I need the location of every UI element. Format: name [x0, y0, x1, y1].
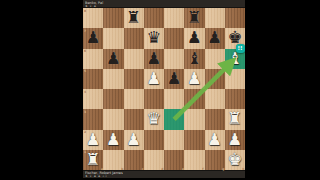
white-king-h1[interactable]: ♚ — [227, 150, 242, 170]
square-a4[interactable]: 4 — [83, 89, 103, 109]
square-c5[interactable] — [124, 69, 144, 89]
square-a7[interactable]: 7♟ — [83, 28, 103, 48]
coord-rank-5: 5 — [84, 69, 86, 72]
square-d8[interactable] — [144, 8, 164, 28]
square-e4[interactable] — [164, 89, 184, 109]
square-d3[interactable]: ♛ — [144, 109, 164, 129]
square-h4[interactable] — [225, 89, 245, 109]
square-e8[interactable] — [164, 8, 184, 28]
square-g5[interactable] — [205, 69, 225, 89]
top-player-name: Benko, Pal — [85, 2, 165, 4]
black-bishop-f6[interactable]: ♝ — [187, 49, 202, 69]
square-e6[interactable] — [164, 49, 184, 69]
chess-board[interactable]: 8♜♜7♟♛♟♟♚6♟♟♝♝5♟♟♟43♛♜2♟♟♟♟♟1a♜bcdefgh♚ … — [83, 8, 245, 170]
square-e3[interactable] — [164, 109, 184, 129]
square-c6[interactable] — [124, 49, 144, 69]
white-rook-a1[interactable]: ♜ — [86, 150, 101, 170]
material-advantage: +1 — [102, 175, 107, 178]
coord-file-a: a — [101, 167, 103, 170]
square-a8[interactable]: 8 — [83, 8, 103, 28]
square-a5[interactable]: 5 — [83, 69, 103, 89]
highlight-e3 — [164, 109, 184, 129]
square-a6[interactable]: 6 — [83, 49, 103, 69]
square-g3[interactable] — [205, 109, 225, 129]
brilliant-move-badge: !! — [236, 44, 245, 53]
square-b1[interactable]: b — [103, 150, 123, 170]
square-h5[interactable] — [225, 69, 245, 89]
square-c1[interactable]: c — [124, 150, 144, 170]
square-d1[interactable]: d — [144, 150, 164, 170]
coord-file-f: f — [203, 167, 204, 170]
square-g7[interactable]: ♟ — [205, 28, 225, 48]
coord-rank-8: 8 — [84, 9, 86, 12]
square-c2[interactable]: ♟ — [124, 130, 144, 150]
white-queen-d3[interactable]: ♛ — [146, 109, 161, 129]
coord-rank-3: 3 — [84, 110, 86, 113]
square-g8[interactable] — [205, 8, 225, 28]
coord-file-g: g — [222, 167, 224, 170]
black-queen-d7[interactable]: ♛ — [146, 28, 161, 48]
player-bar-bottom: Fischer, Robert James ♞ ♝ ♟ ♟ +1 — [83, 170, 245, 178]
square-f5[interactable]: ♟ — [184, 69, 204, 89]
coord-rank-4: 4 — [84, 90, 86, 93]
square-h8[interactable] — [225, 8, 245, 28]
square-e7[interactable] — [164, 28, 184, 48]
white-pawn-a2[interactable]: ♟ — [86, 130, 101, 150]
bottom-player-name: Fischer, Robert James — [85, 172, 165, 174]
black-rook-f8[interactable]: ♜ — [187, 8, 202, 28]
square-b4[interactable] — [103, 89, 123, 109]
square-c8[interactable]: ♜ — [124, 8, 144, 28]
square-b6[interactable]: ♟ — [103, 49, 123, 69]
square-d7[interactable]: ♛ — [144, 28, 164, 48]
square-b2[interactable]: ♟ — [103, 130, 123, 150]
square-f4[interactable] — [184, 89, 204, 109]
white-pawn-b2[interactable]: ♟ — [106, 130, 121, 150]
square-b8[interactable] — [103, 8, 123, 28]
square-f3[interactable] — [184, 109, 204, 129]
top-player-captured-pieces: ♞ ♝ ♟ — [85, 5, 157, 6]
black-pawn-g7[interactable]: ♟ — [207, 28, 222, 48]
screenshot-stage: Benko, Pal ♞ ♝ ♟ 8♜♜7♟♛♟♟♚6♟♟♝♝5♟♟♟43♛♜2… — [0, 0, 320, 180]
square-f6[interactable]: ♝ — [184, 49, 204, 69]
square-d5[interactable]: ♟ — [144, 69, 164, 89]
square-f2[interactable] — [184, 130, 204, 150]
square-b5[interactable] — [103, 69, 123, 89]
black-pawn-a7[interactable]: ♟ — [86, 28, 101, 48]
player-bar-top: Benko, Pal ♞ ♝ ♟ — [83, 0, 245, 8]
square-f8[interactable]: ♜ — [184, 8, 204, 28]
coord-file-e: e — [182, 167, 184, 170]
black-rook-c8[interactable]: ♜ — [126, 8, 141, 28]
chess-board-panel: Benko, Pal ♞ ♝ ♟ 8♜♜7♟♛♟♟♚6♟♟♝♝5♟♟♟43♛♜2… — [83, 0, 245, 178]
square-g4[interactable] — [205, 89, 225, 109]
square-b7[interactable] — [103, 28, 123, 48]
square-e1[interactable]: e — [164, 150, 184, 170]
coord-file-c: c — [141, 167, 143, 170]
square-h2[interactable]: ♟ — [225, 130, 245, 150]
square-h3[interactable]: ♜ — [225, 109, 245, 129]
square-c3[interactable] — [124, 109, 144, 129]
board-grid[interactable]: 8♜♜7♟♛♟♟♚6♟♟♝♝5♟♟♟43♛♜2♟♟♟♟♟1a♜bcdefgh♚ — [83, 8, 245, 170]
white-pawn-h2[interactable]: ♟ — [227, 130, 242, 150]
black-pawn-d6[interactable]: ♟ — [146, 49, 161, 69]
square-a2[interactable]: 2♟ — [83, 130, 103, 150]
white-pawn-c2[interactable]: ♟ — [126, 130, 141, 150]
square-e2[interactable] — [164, 130, 184, 150]
white-pawn-d5[interactable]: ♟ — [146, 69, 161, 89]
black-pawn-e5[interactable]: ♟ — [167, 69, 182, 89]
black-pawn-b6[interactable]: ♟ — [106, 49, 121, 69]
coord-file-d: d — [161, 167, 163, 170]
square-g2[interactable]: ♟ — [205, 130, 225, 150]
square-c4[interactable] — [124, 89, 144, 109]
black-pawn-f7[interactable]: ♟ — [187, 28, 202, 48]
coord-file-h: h — [242, 167, 244, 170]
square-d2[interactable] — [144, 130, 164, 150]
coord-rank-6: 6 — [84, 49, 86, 52]
brilliant-move-badge-text: !! — [237, 46, 242, 52]
square-a1[interactable]: 1a♜ — [83, 150, 103, 170]
square-g6[interactable] — [205, 49, 225, 69]
square-b3[interactable] — [103, 109, 123, 129]
square-f1[interactable]: f — [184, 150, 204, 170]
white-pawn-g2[interactable]: ♟ — [207, 130, 222, 150]
white-rook-h3[interactable]: ♜ — [227, 109, 242, 129]
coord-file-b: b — [121, 167, 123, 170]
bottom-player-captured-pieces: ♞ ♝ ♟ ♟ +1 — [85, 175, 157, 176]
square-c7[interactable] — [124, 28, 144, 48]
square-a3[interactable]: 3 — [83, 109, 103, 129]
square-e5[interactable]: ♟ — [164, 69, 184, 89]
square-d4[interactable] — [144, 89, 164, 109]
white-pawn-f5[interactable]: ♟ — [187, 69, 202, 89]
square-d6[interactable]: ♟ — [144, 49, 164, 69]
square-f7[interactable]: ♟ — [184, 28, 204, 48]
square-h1[interactable]: h♚ — [225, 150, 245, 170]
square-g1[interactable]: g — [205, 150, 225, 170]
